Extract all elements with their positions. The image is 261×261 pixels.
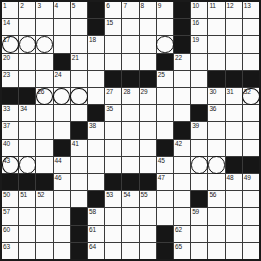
cell-r3c13[interactable] (226, 54, 242, 70)
cell-r14c7[interactable] (122, 243, 138, 259)
cell-r5c9[interactable] (157, 88, 173, 104)
cell-r10c10[interactable] (174, 174, 190, 190)
cell-r13c0[interactable]: 60 (2, 226, 18, 242)
cell-r10c3[interactable]: 46 (54, 174, 70, 190)
black-cell-r6c5 (88, 105, 104, 121)
cell-r13c6[interactable] (105, 226, 121, 242)
cell-r2c9[interactable] (157, 36, 173, 52)
cell-r1c6[interactable]: 15 (105, 19, 121, 35)
cell-r12c1[interactable] (19, 208, 35, 224)
clue-number-64: 64 (89, 243, 96, 250)
cell-r6c13[interactable] (226, 105, 242, 121)
cell-r10c9[interactable]: 47 (157, 174, 173, 190)
cell-r9c6[interactable] (105, 157, 121, 173)
cell-r14c2[interactable] (36, 243, 52, 259)
cell-r12c13[interactable] (226, 208, 242, 224)
cell-r12c12[interactable] (208, 208, 224, 224)
cell-r10c13[interactable]: 48 (226, 174, 242, 190)
cell-r0c9[interactable]: 9 (157, 2, 173, 18)
clue-number-42: 42 (175, 140, 182, 147)
cell-r4c10[interactable] (174, 71, 190, 87)
cell-r1c4[interactable] (71, 19, 87, 35)
clue-number-61: 61 (89, 226, 96, 233)
cell-r9c7[interactable] (122, 157, 138, 173)
clue-number-7: 7 (123, 2, 126, 9)
black-cell-r10c8 (140, 174, 156, 190)
black-cell-r11c11 (191, 191, 207, 207)
clue-number-6: 6 (106, 2, 109, 9)
clue-number-10: 10 (192, 2, 199, 9)
cell-r14c11[interactable] (191, 243, 207, 259)
cell-r13c3[interactable] (54, 226, 70, 242)
black-cell-r10c2 (36, 174, 52, 190)
cell-r8c7[interactable] (122, 140, 138, 156)
black-cell-r3c3 (54, 54, 70, 70)
cell-r9c5[interactable] (88, 157, 104, 173)
clue-number-1: 1 (3, 2, 6, 9)
cell-r12c11[interactable]: 59 (191, 208, 207, 224)
cell-r1c0[interactable]: 14 (2, 19, 18, 35)
cell-r9c0[interactable]: 43 (2, 157, 18, 173)
cell-r6c4[interactable] (71, 105, 87, 121)
cell-r2c13[interactable] (226, 36, 242, 52)
clue-number-28: 28 (123, 88, 130, 95)
cell-r11c13[interactable] (226, 191, 242, 207)
cell-r1c3[interactable] (54, 19, 70, 35)
black-cell-r12c4 (71, 208, 87, 224)
cell-r2c3[interactable] (54, 36, 70, 52)
cell-r9c9[interactable]: 45 (157, 157, 173, 173)
cell-r2c7[interactable] (122, 36, 138, 52)
clue-number-52: 52 (37, 191, 44, 198)
cell-r8c10[interactable]: 42 (174, 140, 190, 156)
circle-marker (19, 156, 36, 173)
cell-r11c3[interactable] (54, 191, 70, 207)
circle-marker (19, 36, 36, 53)
cell-r13c5[interactable]: 61 (88, 226, 104, 242)
cell-r5c6[interactable]: 27 (105, 88, 121, 104)
circle-marker (70, 88, 87, 105)
clue-number-29: 29 (141, 88, 148, 95)
clue-number-48: 48 (227, 174, 234, 181)
cell-r14c12[interactable] (208, 243, 224, 259)
clue-number-55: 55 (141, 191, 148, 198)
clue-number-50: 50 (3, 191, 10, 198)
clue-number-8: 8 (141, 2, 144, 9)
cell-r11c9[interactable] (157, 191, 173, 207)
clue-number-14: 14 (3, 19, 10, 26)
clue-number-46: 46 (55, 174, 62, 181)
cell-r0c2[interactable]: 3 (36, 2, 52, 18)
circle-marker (191, 156, 208, 173)
clue-number-22: 22 (175, 54, 182, 61)
clue-number-51: 51 (20, 191, 27, 198)
cell-r12c2[interactable] (36, 208, 52, 224)
cell-r11c10[interactable] (174, 191, 190, 207)
cell-r5c5[interactable] (88, 88, 104, 104)
cell-r3c14[interactable] (243, 54, 259, 70)
cell-r14c6[interactable] (105, 243, 121, 259)
clue-number-45: 45 (158, 157, 165, 164)
cell-r3c5[interactable] (88, 54, 104, 70)
cell-r11c1[interactable]: 51 (19, 191, 35, 207)
cell-r12c14[interactable] (243, 208, 259, 224)
cell-r11c4[interactable] (71, 191, 87, 207)
black-cell-r0c10 (174, 2, 190, 18)
cell-r4c3[interactable]: 24 (54, 71, 70, 87)
black-cell-r7c4 (71, 122, 87, 138)
cell-r3c8[interactable] (140, 54, 156, 70)
cell-r12c6[interactable] (105, 208, 121, 224)
cell-r6c12[interactable]: 36 (208, 105, 224, 121)
cell-r7c7[interactable] (122, 122, 138, 138)
cell-r13c11[interactable] (191, 226, 207, 242)
cell-r0c1[interactable]: 2 (19, 2, 35, 18)
clue-number-25: 25 (158, 71, 165, 78)
cell-r0c14[interactable]: 13 (243, 2, 259, 18)
clue-number-31: 31 (227, 88, 234, 95)
cell-r4c11[interactable] (191, 71, 207, 87)
circle-marker (156, 36, 173, 53)
cell-r8c14[interactable] (243, 140, 259, 156)
clue-number-12: 12 (227, 2, 234, 9)
cell-r9c2[interactable] (36, 157, 52, 173)
clue-number-13: 13 (244, 2, 251, 9)
cell-r10c14[interactable]: 49 (243, 174, 259, 190)
cell-r3c1[interactable] (19, 54, 35, 70)
cell-r14c3[interactable] (54, 243, 70, 259)
cell-r2c8[interactable] (140, 36, 156, 52)
clue-number-15: 15 (106, 19, 113, 26)
cell-r6c7[interactable] (122, 105, 138, 121)
cell-r6c3[interactable] (54, 105, 70, 121)
clue-number-44: 44 (55, 157, 62, 164)
cell-r2c11[interactable]: 19 (191, 36, 207, 52)
clue-number-30: 30 (209, 88, 216, 95)
cell-r12c8[interactable] (140, 208, 156, 224)
cell-r2c4[interactable] (71, 36, 87, 52)
cell-r9c11[interactable] (191, 157, 207, 173)
cell-r8c13[interactable] (226, 140, 242, 156)
cell-r12c10[interactable] (174, 208, 190, 224)
cell-r1c9[interactable] (157, 19, 173, 35)
cell-r5c10[interactable] (174, 88, 190, 104)
black-cell-r14c9 (157, 243, 173, 259)
cell-r10c5[interactable] (88, 174, 104, 190)
cell-r3c2[interactable] (36, 54, 52, 70)
clue-number-39: 39 (192, 122, 199, 129)
cell-r3c0[interactable]: 20 (2, 54, 18, 70)
cell-r12c9[interactable] (157, 208, 173, 224)
black-cell-r4c6 (105, 71, 121, 87)
cell-r5c4[interactable] (71, 88, 87, 104)
cell-r13c12[interactable] (208, 226, 224, 242)
cell-r11c6[interactable]: 53 (105, 191, 121, 207)
cell-r0c0[interactable]: 1 (2, 2, 18, 18)
black-cell-r4c13 (226, 71, 242, 87)
clue-number-65: 65 (175, 243, 182, 250)
cell-r13c13[interactable] (226, 226, 242, 242)
cell-r9c3[interactable]: 44 (54, 157, 70, 173)
cell-r7c12[interactable] (208, 122, 224, 138)
cell-r2c12[interactable] (208, 36, 224, 52)
cell-r6c6[interactable]: 35 (105, 105, 121, 121)
cell-r3c12[interactable] (208, 54, 224, 70)
clue-number-23: 23 (3, 71, 10, 78)
clue-number-43: 43 (3, 157, 10, 164)
cell-r9c1[interactable] (19, 157, 35, 173)
circle-marker (36, 36, 53, 53)
black-cell-r9c14 (243, 157, 259, 173)
cell-r7c8[interactable] (140, 122, 156, 138)
cell-r10c4[interactable] (71, 174, 87, 190)
cell-r11c2[interactable]: 52 (36, 191, 52, 207)
black-cell-r9c13 (226, 157, 242, 173)
cell-r8c2[interactable] (36, 140, 52, 156)
clue-number-57: 57 (3, 208, 10, 215)
cell-r14c10[interactable]: 65 (174, 243, 190, 259)
cell-r3c11[interactable] (191, 54, 207, 70)
cell-r5c13[interactable]: 31 (226, 88, 242, 104)
cell-r8c11[interactable] (191, 140, 207, 156)
cell-r8c6[interactable] (105, 140, 121, 156)
cell-r1c11[interactable]: 16 (191, 19, 207, 35)
clue-number-54: 54 (123, 191, 130, 198)
cell-r4c2[interactable] (36, 71, 52, 87)
cell-r14c14[interactable] (243, 243, 259, 259)
cell-r3c10[interactable]: 22 (174, 54, 190, 70)
cell-r1c13[interactable] (226, 19, 242, 35)
cell-r2c2[interactable] (36, 36, 52, 52)
black-cell-r13c4 (71, 226, 87, 242)
black-cell-r7c10 (174, 122, 190, 138)
clue-number-53: 53 (106, 191, 113, 198)
cell-r1c2[interactable] (36, 19, 52, 35)
cell-r1c14[interactable] (243, 19, 259, 35)
black-cell-r4c8 (140, 71, 156, 87)
crossword-board: 1234567891011121314151617181920212223242… (0, 0, 261, 261)
cell-r13c10[interactable]: 62 (174, 226, 190, 242)
clue-number-21: 21 (72, 54, 79, 61)
cell-r12c7[interactable] (122, 208, 138, 224)
cell-r5c12[interactable]: 30 (208, 88, 224, 104)
cell-r9c8[interactable] (140, 157, 156, 173)
cell-r0c7[interactable]: 7 (122, 2, 138, 18)
clue-number-41: 41 (72, 140, 79, 147)
cell-r4c0[interactable]: 23 (2, 71, 18, 87)
clue-number-2: 2 (20, 2, 23, 9)
cell-r1c1[interactable] (19, 19, 35, 35)
cell-r11c0[interactable]: 50 (2, 191, 18, 207)
black-cell-r6c11 (191, 105, 207, 121)
cell-r8c1[interactable] (19, 140, 35, 156)
clue-number-58: 58 (89, 208, 96, 215)
cell-r9c10[interactable] (174, 157, 190, 173)
cell-r6c10[interactable] (174, 105, 190, 121)
black-cell-r10c6 (105, 174, 121, 190)
cell-r4c9[interactable]: 25 (157, 71, 173, 87)
clue-number-34: 34 (20, 105, 27, 112)
cell-r14c0[interactable]: 63 (2, 243, 18, 259)
cell-r7c14[interactable] (243, 122, 259, 138)
cell-r0c8[interactable]: 8 (140, 2, 156, 18)
cell-r12c5[interactable]: 58 (88, 208, 104, 224)
black-cell-r4c12 (208, 71, 224, 87)
cell-r13c7[interactable] (122, 226, 138, 242)
cell-r4c1[interactable] (19, 71, 35, 87)
cell-r13c2[interactable] (36, 226, 52, 242)
cell-r7c11[interactable]: 39 (191, 122, 207, 138)
cell-r2c1[interactable] (19, 36, 35, 52)
cell-r0c3[interactable]: 4 (54, 2, 70, 18)
cell-r6c0[interactable]: 33 (2, 105, 18, 121)
clue-number-26: 26 (37, 88, 44, 95)
cell-r13c14[interactable] (243, 226, 259, 242)
cell-r13c1[interactable] (19, 226, 35, 242)
clue-number-20: 20 (3, 54, 10, 61)
clue-number-49: 49 (244, 174, 251, 181)
cell-r4c4[interactable] (71, 71, 87, 87)
black-cell-r4c7 (122, 71, 138, 87)
cell-r8c5[interactable] (88, 140, 104, 156)
cell-r11c8[interactable]: 55 (140, 191, 156, 207)
cell-r14c8[interactable] (140, 243, 156, 259)
cell-r11c7[interactable]: 54 (122, 191, 138, 207)
cell-r7c0[interactable]: 37 (2, 122, 18, 138)
black-cell-r1c10 (174, 19, 190, 35)
circle-marker (53, 88, 70, 105)
cell-r7c6[interactable] (105, 122, 121, 138)
cell-r0c13[interactable]: 12 (226, 2, 242, 18)
black-cell-r8c9 (157, 140, 173, 156)
black-cell-r11c5 (88, 191, 104, 207)
clue-number-24: 24 (55, 71, 62, 78)
clue-number-33: 33 (3, 105, 10, 112)
cell-r8c0[interactable]: 40 (2, 140, 18, 156)
cell-r7c2[interactable] (36, 122, 52, 138)
black-cell-r10c0 (2, 174, 18, 190)
cell-r2c14[interactable] (243, 36, 259, 52)
cell-r3c6[interactable] (105, 54, 121, 70)
cell-r2c0[interactable]: 17 (2, 36, 18, 52)
cell-r3c4[interactable]: 21 (71, 54, 87, 70)
black-cell-r1c5 (88, 19, 104, 35)
black-cell-r8c3 (54, 140, 70, 156)
clue-number-62: 62 (175, 226, 182, 233)
circle-marker (208, 156, 225, 173)
cell-r14c5[interactable]: 64 (88, 243, 104, 259)
cell-r2c6[interactable] (105, 36, 121, 52)
cell-r5c7[interactable]: 28 (122, 88, 138, 104)
cell-r0c4[interactable]: 5 (71, 2, 87, 18)
cell-r5c3[interactable] (54, 88, 70, 104)
cell-r13c8[interactable] (140, 226, 156, 242)
cell-r6c9[interactable] (157, 105, 173, 121)
cell-r10c11[interactable] (191, 174, 207, 190)
cell-r3c7[interactable] (122, 54, 138, 70)
black-cell-r5c1 (19, 88, 35, 104)
cell-r1c7[interactable] (122, 19, 138, 35)
clue-number-38: 38 (89, 122, 96, 129)
cell-r10c12[interactable] (208, 174, 224, 190)
cell-r11c12[interactable]: 56 (208, 191, 224, 207)
clue-number-59: 59 (192, 208, 199, 215)
clue-number-56: 56 (209, 191, 216, 198)
clue-number-32: 32 (244, 88, 251, 95)
black-cell-r4c14 (243, 71, 259, 87)
cell-r4c5[interactable] (88, 71, 104, 87)
cell-r12c0[interactable]: 57 (2, 208, 18, 224)
clue-number-9: 9 (158, 2, 161, 9)
cell-r0c6[interactable]: 6 (105, 2, 121, 18)
cell-r14c13[interactable] (226, 243, 242, 259)
clue-number-3: 3 (37, 2, 40, 9)
cell-r9c12[interactable] (208, 157, 224, 173)
cell-r5c11[interactable] (191, 88, 207, 104)
cell-r6c8[interactable] (140, 105, 156, 121)
cell-r8c4[interactable]: 41 (71, 140, 87, 156)
black-cell-r5c0 (2, 88, 18, 104)
cell-r8c12[interactable] (208, 140, 224, 156)
cell-r7c13[interactable] (226, 122, 242, 138)
cell-r14c1[interactable] (19, 243, 35, 259)
black-cell-r10c1 (19, 174, 35, 190)
cell-r5c14[interactable]: 32 (243, 88, 259, 104)
cell-r8c8[interactable] (140, 140, 156, 156)
cell-r11c14[interactable] (243, 191, 259, 207)
clue-number-60: 60 (3, 226, 10, 233)
clue-number-40: 40 (3, 140, 10, 147)
clue-number-35: 35 (106, 105, 113, 112)
cell-r5c2[interactable]: 26 (36, 88, 52, 104)
black-cell-r3c9 (157, 54, 173, 70)
clue-number-19: 19 (192, 36, 199, 43)
cell-r1c8[interactable] (140, 19, 156, 35)
black-cell-r0c5 (88, 2, 104, 18)
black-cell-r10c7 (122, 174, 138, 190)
cell-r5c8[interactable]: 29 (140, 88, 156, 104)
cell-r1c12[interactable] (208, 19, 224, 35)
crossword-puzzle: 1234567891011121314151617181920212223242… (0, 0, 261, 261)
cell-r0c12[interactable]: 11 (208, 2, 224, 18)
clue-number-17: 17 (3, 36, 10, 43)
clue-number-37: 37 (3, 122, 10, 129)
cell-r7c1[interactable] (19, 122, 35, 138)
cell-r6c1[interactable]: 34 (19, 105, 35, 121)
cell-r2c5[interactable]: 18 (88, 36, 104, 52)
clue-number-36: 36 (209, 105, 216, 112)
cell-r7c3[interactable] (54, 122, 70, 138)
black-cell-r14c4 (71, 243, 87, 259)
clue-number-47: 47 (158, 174, 165, 181)
clue-number-16: 16 (192, 19, 199, 26)
cell-r6c2[interactable] (36, 105, 52, 121)
cell-r0c11[interactable]: 10 (191, 2, 207, 18)
cell-r7c9[interactable] (157, 122, 173, 138)
black-cell-r2c10 (174, 36, 190, 52)
cell-r12c3[interactable] (54, 208, 70, 224)
cell-r9c4[interactable] (71, 157, 87, 173)
clue-number-18: 18 (89, 36, 96, 43)
clue-number-4: 4 (55, 2, 58, 9)
cell-r7c5[interactable]: 38 (88, 122, 104, 138)
black-cell-r13c9 (157, 226, 173, 242)
clue-number-5: 5 (72, 2, 75, 9)
clue-number-11: 11 (209, 2, 215, 9)
cell-r6c14[interactable] (243, 105, 259, 121)
clue-number-63: 63 (3, 243, 10, 250)
clue-number-27: 27 (106, 88, 113, 95)
